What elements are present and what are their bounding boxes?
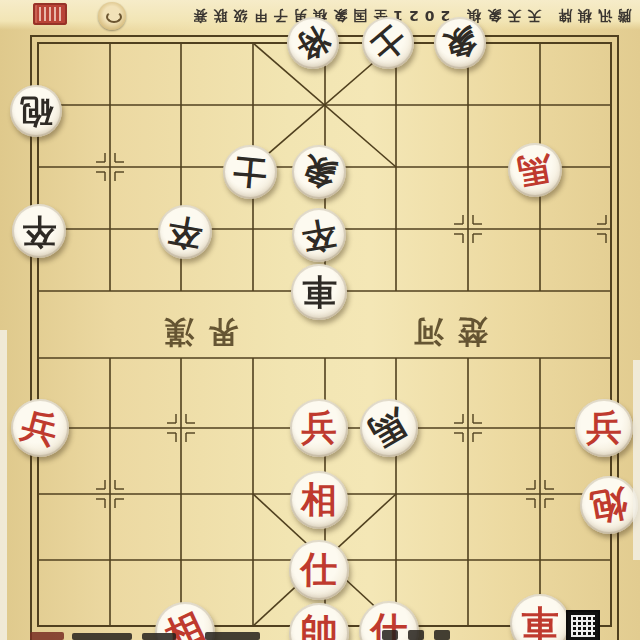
red-general-glyph: 帥: [300, 614, 337, 640]
red-elephant-glyph: 相: [301, 482, 337, 518]
black-elephant[interactable]: 象: [434, 17, 486, 69]
black-horse-glyph: 馬: [365, 404, 414, 453]
black-general[interactable]: 将: [287, 17, 339, 69]
red-soldier-glyph: 兵: [301, 410, 337, 446]
black-elephant[interactable]: 象: [292, 145, 346, 199]
red-soldier-glyph: 兵: [586, 410, 622, 446]
bottom-marking: [142, 633, 176, 640]
bottom-marking: [382, 630, 398, 640]
black-soldier-glyph: 卒: [299, 215, 338, 254]
black-soldier-glyph: 卒: [165, 212, 204, 251]
red-chariot-glyph: 車: [521, 605, 558, 640]
bottom-marking: [30, 632, 64, 640]
black-advisor[interactable]: 士: [223, 145, 277, 199]
bottom-marking: [434, 630, 450, 640]
red-cannon[interactable]: 炮: [580, 476, 638, 534]
black-chariot[interactable]: 車: [291, 264, 347, 320]
red-seal-stamp-icon: [33, 3, 67, 25]
qr-code-sticker: [566, 610, 600, 640]
red-elephant[interactable]: 相: [290, 471, 348, 529]
red-advisor-glyph: 仕: [301, 552, 338, 589]
black-cannon-glyph: 砲: [20, 95, 53, 128]
photo-edge: [0, 330, 7, 640]
bottom-marking: [205, 632, 260, 640]
river-label-chuhe: 楚河: [400, 308, 488, 352]
black-elephant-glyph: 象: [440, 23, 479, 62]
red-soldier[interactable]: 兵: [11, 399, 68, 456]
black-general-glyph: 将: [291, 21, 335, 65]
round-emblem-icon: [98, 2, 126, 30]
bottom-marking: [72, 633, 132, 640]
red-soldier[interactable]: 兵: [575, 399, 632, 456]
bottom-marking: [408, 630, 424, 640]
xiangqi-board-photo: 腾讯棋牌 天天象棋 2021全国象棋男子甲级联赛 界漢 楚河 将士象砲士象馬卒卒…: [0, 0, 640, 640]
photo-edge: [633, 360, 640, 560]
red-soldier-glyph: 兵: [18, 406, 62, 450]
red-cannon-glyph: 炮: [588, 484, 630, 526]
red-horse[interactable]: 馬: [508, 143, 562, 197]
black-elephant-glyph: 象: [298, 151, 341, 194]
black-horse[interactable]: 馬: [360, 399, 417, 456]
black-soldier-glyph: 卒: [22, 214, 56, 248]
red-advisor[interactable]: 仕: [289, 540, 348, 599]
black-advisor-glyph: 士: [365, 20, 410, 65]
red-soldier[interactable]: 兵: [290, 399, 347, 456]
black-advisor[interactable]: 士: [362, 17, 414, 69]
red-horse-glyph: 馬: [516, 151, 555, 190]
black-chariot-glyph: 車: [302, 275, 336, 309]
black-advisor-glyph: 士: [232, 154, 268, 190]
river-label-hanjie: 界漢: [150, 308, 238, 352]
